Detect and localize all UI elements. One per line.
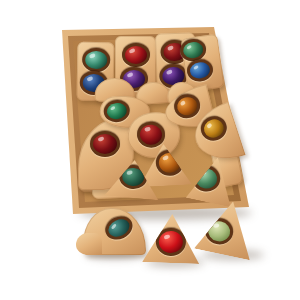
triangle-block-front-red <box>142 213 201 264</box>
brightred-gem <box>159 231 184 254</box>
red-gem <box>125 46 147 64</box>
blue-gem-hole <box>186 58 215 83</box>
ruby-gem-hole <box>136 120 167 149</box>
palegreen-gem-hole <box>203 216 236 247</box>
darkred-gem <box>93 134 117 154</box>
teal-gem-hole <box>82 48 110 72</box>
teal-gem <box>85 51 107 69</box>
gold-gem <box>202 117 227 140</box>
red-gem-hole <box>122 43 150 67</box>
amber-gem <box>175 95 199 117</box>
gold-gem-hole <box>198 113 230 144</box>
palegreen-gem <box>206 219 232 243</box>
tealdark-gem-hole <box>102 212 137 244</box>
tealdark-gem <box>106 216 133 240</box>
gem-blocks-product-photo <box>0 0 300 300</box>
brightred-gem-hole <box>155 227 186 256</box>
amber-gem-hole <box>172 91 203 121</box>
blue-gem <box>189 61 211 80</box>
green-gem <box>182 41 204 60</box>
emerald-gem-hole <box>102 98 131 123</box>
ruby-gem <box>139 124 163 146</box>
emerald-gem <box>106 102 128 121</box>
darkred-gem-hole <box>90 131 120 157</box>
